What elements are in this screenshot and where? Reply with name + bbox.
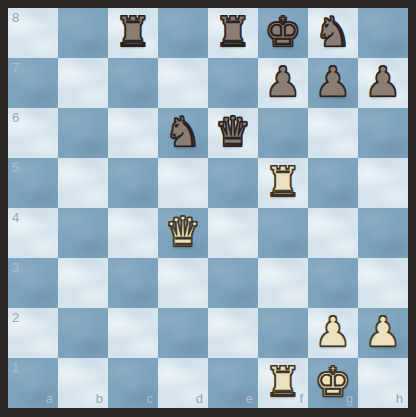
square-e7[interactable] (208, 58, 258, 108)
square-g1[interactable]: g♚ (308, 358, 358, 408)
square-a5[interactable]: 5 (8, 158, 58, 208)
square-e1[interactable]: e (208, 358, 258, 408)
square-b2[interactable] (58, 308, 108, 358)
black-pawn-f7[interactable]: ♟ (258, 58, 308, 108)
square-f3[interactable] (258, 258, 308, 308)
black-rook-e8[interactable]: ♜ (208, 8, 258, 58)
square-d3[interactable] (158, 258, 208, 308)
file-label-e: e (246, 392, 253, 405)
black-pawn-g7[interactable]: ♟ (308, 58, 358, 108)
square-f8[interactable]: ♚ (258, 8, 308, 58)
square-f6[interactable] (258, 108, 308, 158)
square-d6[interactable]: ♞ (158, 108, 208, 158)
file-label-h: h (396, 392, 403, 405)
square-h6[interactable] (358, 108, 408, 158)
black-rook-c8[interactable]: ♜ (108, 8, 158, 58)
square-d7[interactable] (158, 58, 208, 108)
rank-label-4: 4 (12, 211, 19, 224)
square-c1[interactable]: c (108, 358, 158, 408)
white-rook-f5[interactable]: ♜ (258, 158, 308, 208)
square-f1[interactable]: f♜ (258, 358, 308, 408)
square-g3[interactable] (308, 258, 358, 308)
rank-label-6: 6 (12, 111, 19, 124)
square-c7[interactable] (108, 58, 158, 108)
rank-label-8: 8 (12, 11, 19, 24)
square-e6[interactable]: ♛ (208, 108, 258, 158)
file-label-c: c (147, 392, 154, 405)
square-e4[interactable] (208, 208, 258, 258)
square-b8[interactable] (58, 8, 108, 58)
square-a2[interactable]: 2 (8, 308, 58, 358)
white-pawn-h2[interactable]: ♟ (358, 308, 408, 358)
rank-label-2: 2 (12, 311, 19, 324)
square-f4[interactable] (258, 208, 308, 258)
square-b7[interactable] (58, 58, 108, 108)
square-b5[interactable] (58, 158, 108, 208)
square-e8[interactable]: ♜ (208, 8, 258, 58)
square-e2[interactable] (208, 308, 258, 358)
square-b3[interactable] (58, 258, 108, 308)
square-d2[interactable] (158, 308, 208, 358)
square-b1[interactable]: b (58, 358, 108, 408)
square-h1[interactable]: h (358, 358, 408, 408)
white-rook-f1[interactable]: ♜ (258, 358, 308, 408)
square-g5[interactable] (308, 158, 358, 208)
board-frame: 8♜♜♚♞7♟♟♟6♞♛5♜4♛32♟♟1abcdef♜g♚h (0, 0, 416, 417)
square-a7[interactable]: 7 (8, 58, 58, 108)
square-a3[interactable]: 3 (8, 258, 58, 308)
square-g2[interactable]: ♟ (308, 308, 358, 358)
square-d1[interactable]: d (158, 358, 208, 408)
chess-board: 8♜♜♚♞7♟♟♟6♞♛5♜4♛32♟♟1abcdef♜g♚h (8, 8, 408, 408)
black-knight-d6[interactable]: ♞ (158, 108, 208, 158)
square-g6[interactable] (308, 108, 358, 158)
file-label-d: d (196, 392, 203, 405)
square-h5[interactable] (358, 158, 408, 208)
square-g4[interactable] (308, 208, 358, 258)
square-a4[interactable]: 4 (8, 208, 58, 258)
square-e3[interactable] (208, 258, 258, 308)
square-a8[interactable]: 8 (8, 8, 58, 58)
square-h2[interactable]: ♟ (358, 308, 408, 358)
square-b4[interactable] (58, 208, 108, 258)
white-king-g1[interactable]: ♚ (308, 358, 358, 408)
square-c2[interactable] (108, 308, 158, 358)
square-c8[interactable]: ♜ (108, 8, 158, 58)
square-c6[interactable] (108, 108, 158, 158)
black-pawn-h7[interactable]: ♟ (358, 58, 408, 108)
white-queen-d4[interactable]: ♛ (158, 208, 208, 258)
square-h8[interactable] (358, 8, 408, 58)
square-h3[interactable] (358, 258, 408, 308)
square-c4[interactable] (108, 208, 158, 258)
square-a1[interactable]: 1a (8, 358, 58, 408)
black-queen-e6[interactable]: ♛ (208, 108, 258, 158)
square-d4[interactable]: ♛ (158, 208, 208, 258)
square-h4[interactable] (358, 208, 408, 258)
square-f2[interactable] (258, 308, 308, 358)
black-king-f8[interactable]: ♚ (258, 8, 308, 58)
square-f5[interactable]: ♜ (258, 158, 308, 208)
square-b6[interactable] (58, 108, 108, 158)
square-d5[interactable] (158, 158, 208, 208)
square-h7[interactable]: ♟ (358, 58, 408, 108)
square-d8[interactable] (158, 8, 208, 58)
rank-label-5: 5 (12, 161, 19, 174)
square-c3[interactable] (108, 258, 158, 308)
rank-label-1: 1 (12, 361, 19, 374)
file-label-b: b (96, 392, 103, 405)
rank-label-7: 7 (12, 61, 19, 74)
black-knight-g8[interactable]: ♞ (308, 8, 358, 58)
square-e5[interactable] (208, 158, 258, 208)
white-pawn-g2[interactable]: ♟ (308, 308, 358, 358)
square-f7[interactable]: ♟ (258, 58, 308, 108)
file-label-a: a (46, 392, 53, 405)
square-c5[interactable] (108, 158, 158, 208)
rank-label-3: 3 (12, 261, 19, 274)
square-g8[interactable]: ♞ (308, 8, 358, 58)
square-g7[interactable]: ♟ (308, 58, 358, 108)
square-a6[interactable]: 6 (8, 108, 58, 158)
